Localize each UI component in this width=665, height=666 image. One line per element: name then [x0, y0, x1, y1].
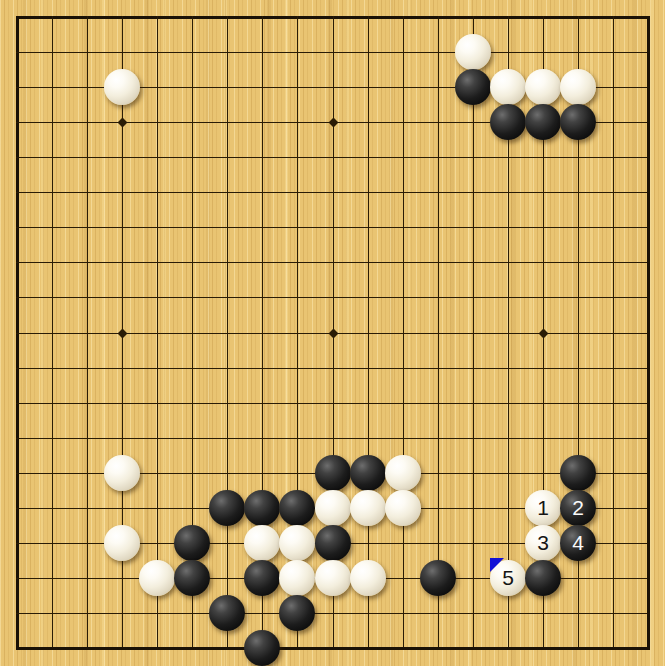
stone-black: [525, 104, 561, 140]
star-point: [118, 329, 128, 339]
go-board-viewer: 12345: [0, 0, 665, 666]
stone-black: [525, 560, 561, 596]
stone-black: [560, 104, 596, 140]
stone-white: 3: [525, 525, 561, 561]
grid-line-vertical: [403, 16, 404, 650]
stone-white: [385, 455, 421, 491]
stone-white: [139, 560, 175, 596]
stone-white: [279, 525, 315, 561]
star-point: [539, 329, 549, 339]
star-point: [329, 118, 339, 128]
last-move-triangle-marker: [490, 558, 504, 572]
stone-black: [350, 455, 386, 491]
stone-white: [244, 525, 280, 561]
stone-black: [244, 630, 280, 666]
grid-line-vertical: [647, 16, 650, 650]
stone-white: [350, 490, 386, 526]
grid-line-horizontal: [16, 368, 650, 369]
stone-white: [560, 69, 596, 105]
stone-white: [315, 490, 351, 526]
stone-black: [490, 104, 526, 140]
stone-black: [420, 560, 456, 596]
stone-black: [244, 490, 280, 526]
stone-black: [174, 560, 210, 596]
stone-black: [315, 525, 351, 561]
grid-line-horizontal: [16, 613, 650, 614]
grid-line-vertical: [368, 16, 369, 650]
stone-black: 2: [560, 490, 596, 526]
go-board[interactable]: 12345: [0, 0, 665, 666]
stone-white: [104, 455, 140, 491]
stone-white: [279, 560, 315, 596]
stone-black: [209, 490, 245, 526]
move-number: 2: [572, 490, 584, 526]
stone-black: 4: [560, 525, 596, 561]
stone-black: [560, 455, 596, 491]
stone-white: [385, 490, 421, 526]
stone-black: [174, 525, 210, 561]
stone-white: [490, 69, 526, 105]
stone-black: [209, 595, 245, 631]
grid-line-vertical: [613, 16, 614, 650]
star-point: [118, 118, 128, 128]
grid-line-vertical: [473, 16, 474, 650]
star-point: [329, 329, 339, 339]
grid-line-horizontal: [16, 403, 650, 404]
stone-white: [104, 525, 140, 561]
grid-line-vertical: [438, 16, 439, 650]
stone-white: 1: [525, 490, 561, 526]
stone-black: [244, 560, 280, 596]
stone-white: [525, 69, 561, 105]
grid-line-horizontal: [16, 647, 650, 650]
stone-black: [315, 455, 351, 491]
stone-white: [350, 560, 386, 596]
stone-black: [279, 490, 315, 526]
move-number: 4: [572, 525, 584, 561]
move-number: 1: [537, 490, 549, 526]
move-number: 3: [537, 525, 549, 561]
stone-white: [315, 560, 351, 596]
stone-white: [104, 69, 140, 105]
grid-line-horizontal: [16, 438, 650, 439]
stone-black: [455, 69, 491, 105]
stone-black: [279, 595, 315, 631]
stone-white: [455, 34, 491, 70]
